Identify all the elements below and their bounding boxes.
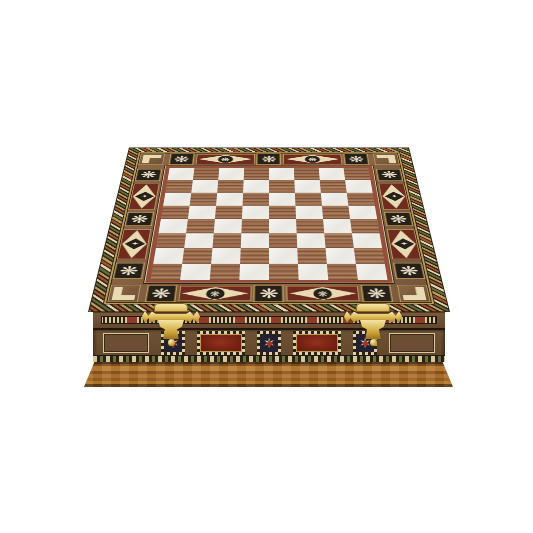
square-g3	[324, 233, 354, 248]
square-a8	[167, 168, 194, 180]
eye-diamond-inlay-icon: ❋	[195, 154, 254, 164]
front-red-panel	[197, 331, 245, 355]
square-g8	[319, 168, 345, 180]
square-h7	[345, 180, 373, 192]
square-f2	[297, 248, 327, 264]
rosette-glyph: ❋	[366, 287, 388, 300]
red-panel-center	[200, 334, 242, 352]
eye-center: ❋	[305, 156, 321, 163]
square-f3	[297, 233, 326, 248]
rosette-glyph: ❋	[389, 214, 409, 225]
rosette-inlay-icon: ❋	[393, 263, 426, 279]
border-strip-top: ❋❋❋❋❋	[166, 153, 372, 164]
square-b6	[190, 193, 218, 206]
rosette-glyph: ❋	[261, 155, 277, 164]
square-g2	[326, 248, 356, 264]
corner-arrow-motif	[138, 153, 165, 164]
diamond-inlay-icon: ✦	[387, 229, 421, 259]
sparkle-glyph: ✦	[390, 194, 398, 198]
square-c3	[212, 233, 241, 248]
diamond-inlay-icon: ✦	[117, 229, 151, 259]
square-e7	[269, 180, 295, 192]
square-b7	[191, 180, 218, 192]
clasp-finial	[370, 339, 377, 346]
brass-clasp-right	[344, 303, 402, 347]
diamond-inlay-icon: ✦	[378, 184, 409, 210]
square-h1	[356, 264, 388, 280]
square-g6	[321, 193, 349, 206]
square-c1	[210, 264, 240, 280]
rosette-inlay-icon: ❋	[257, 153, 282, 164]
red-panel-center	[296, 334, 338, 352]
rosette-inlay-icon: ❋	[145, 285, 178, 302]
square-g1	[327, 264, 358, 280]
square-a7	[165, 180, 193, 192]
square-h5	[348, 206, 377, 220]
rosette-inlay-icon: ❋	[124, 212, 154, 226]
square-a3	[156, 233, 186, 248]
square-c8	[218, 168, 244, 180]
square-b5	[188, 206, 216, 220]
square-e3	[269, 233, 297, 248]
square-c7	[217, 180, 243, 192]
rosette-glyph: ❋	[118, 265, 140, 278]
rosette-glyph: ❋	[308, 157, 317, 162]
square-e4	[269, 219, 297, 233]
rosette-glyph: ❋	[398, 265, 420, 278]
sparkle-glyph: ✦	[140, 194, 148, 198]
corner-arrow-motif	[373, 153, 400, 164]
square-a2	[153, 248, 184, 264]
square-d4	[241, 219, 269, 233]
square-a1	[150, 264, 182, 280]
rosette-inlay-icon: ❋	[384, 212, 414, 226]
square-e8	[269, 168, 294, 180]
border-strip-bottom: ❋❋❋❋❋	[142, 285, 396, 302]
eye-diamond-inlay-icon: ❋	[178, 286, 251, 301]
rosette-glyph: ❋	[173, 155, 190, 164]
square-f1	[298, 264, 328, 280]
square-f5	[295, 206, 323, 220]
rosette-glyph: ❋	[221, 157, 230, 162]
rosette-glyph: ❋	[139, 170, 157, 179]
oak-base-plinth	[84, 362, 453, 387]
chess-board-lid: ❋❋❋❋❋ ❋❋❋❋❋ ❋✦❋✦❋ ❋✦❋✦❋	[88, 147, 450, 312]
square-c4	[214, 219, 242, 233]
square-e2	[269, 248, 298, 264]
eye-diamond-inlay-icon: ❋	[287, 286, 360, 301]
square-b2	[182, 248, 212, 264]
square-c5	[215, 206, 243, 220]
rosette-glyph: ❋	[150, 287, 172, 300]
rosette-inlay-icon: ❋	[168, 153, 194, 164]
rosette-inlay-icon: ❋	[135, 169, 163, 181]
clasp-finial	[168, 339, 175, 346]
rosette-glyph: ❋	[130, 214, 150, 225]
square-h8	[344, 168, 371, 180]
rosette-inlay-icon: ❋	[376, 169, 404, 181]
square-f4	[296, 219, 324, 233]
rosette-glyph: ❋	[259, 287, 279, 300]
brass-clasp-left	[142, 303, 200, 347]
eye-center: ❋	[313, 288, 332, 299]
square-c6	[216, 193, 243, 206]
front-star-inlay-icon: ✶	[257, 331, 281, 355]
rosette-glyph: ❋	[209, 290, 220, 297]
square-e5	[269, 206, 296, 220]
square-f8	[294, 168, 320, 180]
square-g5	[322, 206, 350, 220]
square-d6	[243, 193, 269, 206]
square-h3	[352, 233, 382, 248]
product-photo: ❋❋❋❋❋ ❋❋❋❋❋ ❋✦❋✦❋ ❋✦❋✦❋ ✶✶✶	[0, 0, 533, 533]
square-g4	[323, 219, 352, 233]
square-f6	[295, 193, 322, 206]
square-h6	[347, 193, 375, 206]
rosette-inlay-icon: ❋	[343, 153, 369, 164]
rosette-glyph: ❋	[348, 155, 365, 164]
square-g7	[320, 180, 347, 192]
square-h4	[350, 219, 379, 233]
square-b4	[186, 219, 215, 233]
board-inner-frame	[143, 166, 395, 284]
square-d7	[243, 180, 269, 192]
clasp-hinge	[356, 303, 390, 312]
sparkle-glyph: ✦	[399, 242, 408, 247]
square-a4	[158, 219, 187, 233]
front-red-panel	[293, 331, 341, 355]
square-f7	[294, 180, 320, 192]
corner-arrow-motif	[107, 285, 141, 302]
rosette-inlay-icon: ❋	[112, 263, 145, 279]
clasp-plate	[158, 320, 184, 339]
square-d5	[242, 206, 269, 220]
board-squares	[150, 168, 387, 280]
square-b1	[180, 264, 211, 280]
rosette-glyph: ❋	[317, 290, 328, 297]
diamond-inlay-icon: ✦	[128, 184, 159, 210]
rosette-inlay-icon: ❋	[254, 285, 285, 302]
square-e1	[269, 264, 299, 280]
eye-diamond-inlay-icon: ❋	[283, 154, 342, 164]
sparkle-glyph: ✦	[130, 242, 139, 247]
rosette-glyph: ❋	[380, 170, 398, 179]
rosette-inlay-icon: ❋	[361, 285, 394, 302]
square-a5	[161, 206, 190, 220]
front-bottom-checker-strip	[93, 356, 445, 362]
clasp-plate	[360, 320, 386, 339]
square-d1	[239, 264, 269, 280]
square-b8	[193, 168, 219, 180]
square-c2	[211, 248, 241, 264]
square-a6	[163, 193, 191, 206]
square-d3	[241, 233, 269, 248]
square-h2	[354, 248, 385, 264]
square-d8	[244, 168, 269, 180]
square-d2	[240, 248, 269, 264]
square-b3	[184, 233, 214, 248]
box-front-face: ✶✶✶	[93, 312, 445, 362]
star-glyph: ✶	[263, 336, 275, 350]
clasp-hinge	[154, 303, 188, 312]
corner-arrow-motif	[397, 285, 431, 302]
square-e6	[269, 193, 295, 206]
